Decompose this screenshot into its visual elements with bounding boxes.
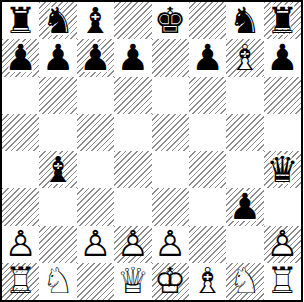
black-queen-icon: ♛ — [264, 151, 301, 188]
white-pawn-halo: ♟ — [77, 226, 114, 263]
square-f4[interactable] — [189, 151, 226, 188]
square-c3[interactable] — [77, 188, 114, 225]
black-pawn-halo: ♟ — [111, 36, 154, 79]
white-bishop-icon: ♗ — [189, 263, 226, 300]
square-g5[interactable] — [226, 114, 263, 151]
square-f7[interactable]: ♟♟ — [189, 39, 226, 76]
square-h5[interactable] — [264, 114, 301, 151]
white-pawn-halo: ♟ — [152, 226, 189, 263]
square-h6[interactable] — [264, 77, 301, 114]
black-pawn-halo: ♟ — [223, 185, 266, 228]
square-h7[interactable]: ♟♟ — [264, 39, 301, 76]
white-pawn-icon: ♙ — [77, 226, 114, 263]
square-e3[interactable] — [152, 188, 189, 225]
white-king-halo: ♚ — [152, 263, 189, 300]
square-b1[interactable]: ♞♘ — [39, 263, 76, 300]
black-pawn-halo: ♟ — [261, 36, 304, 79]
black-bishop-icon: ♝ — [39, 151, 76, 188]
white-knight-halo: ♞ — [39, 263, 76, 300]
square-h4[interactable]: ♛♛ — [264, 151, 301, 188]
black-pawn-icon: ♟ — [2, 39, 39, 76]
square-a4[interactable] — [2, 151, 39, 188]
black-knight-icon: ♞ — [226, 2, 263, 39]
square-d1[interactable]: ♛♕ — [114, 263, 151, 300]
square-e6[interactable] — [152, 77, 189, 114]
square-g2[interactable] — [226, 226, 263, 263]
black-pawn-icon: ♟ — [77, 39, 114, 76]
white-queen-halo: ♛ — [114, 263, 151, 300]
square-h2[interactable]: ♟♙ — [264, 226, 301, 263]
square-a2[interactable]: ♟♙ — [2, 226, 39, 263]
chess-diagram: ♜♜♞♞♝♝♚♚♞♞♜♜♟♟♟♟♟♟♟♟♟♟♝♗♟♟♝♝♛♛♟♟♟♙♟♙♟♙♟♙… — [0, 0, 303, 302]
square-c5[interactable] — [77, 114, 114, 151]
square-c2[interactable]: ♟♙ — [77, 226, 114, 263]
white-rook-halo: ♜ — [2, 263, 39, 300]
white-rook-icon: ♖ — [264, 263, 301, 300]
black-pawn-halo: ♟ — [186, 36, 229, 79]
square-b2[interactable] — [39, 226, 76, 263]
black-rook-icon: ♜ — [264, 2, 301, 39]
square-b5[interactable] — [39, 114, 76, 151]
square-b6[interactable] — [39, 77, 76, 114]
square-a3[interactable] — [2, 188, 39, 225]
square-d2[interactable]: ♟♙ — [114, 226, 151, 263]
square-a8[interactable]: ♜♜ — [2, 2, 39, 39]
white-pawn-icon: ♙ — [264, 226, 301, 263]
square-e8[interactable]: ♚♚ — [152, 2, 189, 39]
white-queen-icon: ♕ — [114, 263, 151, 300]
black-rook-icon: ♜ — [2, 2, 39, 39]
square-c4[interactable] — [77, 151, 114, 188]
square-f2[interactable] — [189, 226, 226, 263]
white-bishop-icon: ♗ — [226, 39, 263, 76]
square-d6[interactable] — [114, 77, 151, 114]
square-e5[interactable] — [152, 114, 189, 151]
white-pawn-halo: ♟ — [114, 226, 151, 263]
black-queen-halo: ♛ — [261, 148, 304, 191]
white-king-icon: ♔ — [152, 263, 189, 300]
white-knight-icon: ♘ — [226, 263, 263, 300]
square-e7[interactable] — [152, 39, 189, 76]
chess-board: ♜♜♞♞♝♝♚♚♞♞♜♜♟♟♟♟♟♟♟♟♟♟♝♗♟♟♝♝♛♛♟♟♟♙♟♙♟♙♟♙… — [2, 2, 301, 300]
white-pawn-halo: ♟ — [264, 226, 301, 263]
black-pawn-halo: ♟ — [74, 36, 117, 79]
black-pawn-icon: ♟ — [264, 39, 301, 76]
square-c1[interactable] — [77, 263, 114, 300]
square-e2[interactable]: ♟♙ — [152, 226, 189, 263]
white-knight-halo: ♞ — [226, 263, 263, 300]
black-rook-halo: ♜ — [261, 0, 304, 42]
square-f1[interactable]: ♝♗ — [189, 263, 226, 300]
square-f5[interactable] — [189, 114, 226, 151]
white-pawn-halo: ♟ — [2, 226, 39, 263]
white-bishop-halo: ♝ — [189, 263, 226, 300]
square-d5[interactable] — [114, 114, 151, 151]
black-pawn-halo: ♟ — [0, 36, 42, 79]
black-bishop-halo: ♝ — [36, 148, 79, 191]
square-a5[interactable] — [2, 114, 39, 151]
square-b8[interactable]: ♞♞ — [39, 2, 76, 39]
white-pawn-icon: ♙ — [152, 226, 189, 263]
square-e1[interactable]: ♚♔ — [152, 263, 189, 300]
square-g3[interactable]: ♟♟ — [226, 188, 263, 225]
square-h1[interactable]: ♜♖ — [264, 263, 301, 300]
black-pawn-icon: ♟ — [226, 188, 263, 225]
square-f6[interactable] — [189, 77, 226, 114]
square-b7[interactable]: ♟♟ — [39, 39, 76, 76]
white-pawn-icon: ♙ — [2, 226, 39, 263]
black-pawn-icon: ♟ — [39, 39, 76, 76]
white-rook-icon: ♖ — [2, 263, 39, 300]
black-king-halo: ♚ — [149, 0, 192, 42]
square-c7[interactable]: ♟♟ — [77, 39, 114, 76]
square-d7[interactable]: ♟♟ — [114, 39, 151, 76]
square-b4[interactable]: ♝♝ — [39, 151, 76, 188]
square-e4[interactable] — [152, 151, 189, 188]
white-rook-halo: ♜ — [264, 263, 301, 300]
white-pawn-icon: ♙ — [114, 226, 151, 263]
square-c6[interactable] — [77, 77, 114, 114]
square-g4[interactable] — [226, 151, 263, 188]
square-d4[interactable] — [114, 151, 151, 188]
square-f8[interactable] — [189, 2, 226, 39]
black-pawn-halo: ♟ — [36, 36, 79, 79]
square-a6[interactable] — [2, 77, 39, 114]
square-f3[interactable] — [189, 188, 226, 225]
square-h8[interactable]: ♜♜ — [264, 2, 301, 39]
white-knight-icon: ♘ — [39, 263, 76, 300]
square-g7[interactable]: ♝♗ — [226, 39, 263, 76]
black-knight-halo: ♞ — [36, 0, 79, 42]
square-h3[interactable] — [264, 188, 301, 225]
black-pawn-icon: ♟ — [114, 39, 151, 76]
square-d8[interactable] — [114, 2, 151, 39]
square-d3[interactable] — [114, 188, 151, 225]
square-a7[interactable]: ♟♟ — [2, 39, 39, 76]
black-bishop-icon: ♝ — [77, 2, 114, 39]
black-rook-halo: ♜ — [0, 0, 42, 42]
black-king-icon: ♚ — [152, 2, 189, 39]
square-a1[interactable]: ♜♖ — [2, 263, 39, 300]
black-pawn-icon: ♟ — [189, 39, 226, 76]
square-g6[interactable] — [226, 77, 263, 114]
black-knight-icon: ♞ — [39, 2, 76, 39]
square-c8[interactable]: ♝♝ — [77, 2, 114, 39]
square-b3[interactable] — [39, 188, 76, 225]
black-knight-halo: ♞ — [223, 0, 266, 42]
white-bishop-halo: ♝ — [226, 39, 263, 76]
black-bishop-halo: ♝ — [74, 0, 117, 42]
square-g1[interactable]: ♞♘ — [226, 263, 263, 300]
square-g8[interactable]: ♞♞ — [226, 2, 263, 39]
